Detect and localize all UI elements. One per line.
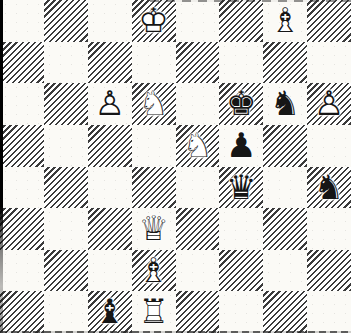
black-queen-piece: ♛ <box>219 167 263 209</box>
white-pawn-piece: ♙ <box>88 83 132 125</box>
square-h4[interactable]: ♞♞ <box>307 167 351 209</box>
square-d4[interactable] <box>132 167 176 209</box>
square-g5[interactable] <box>263 125 307 167</box>
black-knight-piece: ♞ <box>307 167 351 209</box>
square-g6[interactable]: ♞♞ <box>263 83 307 125</box>
square-g3[interactable] <box>263 208 307 250</box>
white-pawn-piece: ♙ <box>307 83 351 125</box>
square-h1[interactable] <box>307 291 351 333</box>
square-a3[interactable] <box>0 208 44 250</box>
square-d2[interactable]: ♝♗ <box>132 250 176 292</box>
white-bishop-piece: ♗ <box>132 250 176 292</box>
square-a1[interactable] <box>0 291 44 333</box>
square-b6[interactable] <box>44 83 88 125</box>
square-a5[interactable] <box>0 125 44 167</box>
square-d3[interactable]: ♛♕ <box>132 208 176 250</box>
square-f6[interactable]: ♚♚ <box>219 83 263 125</box>
square-a6[interactable] <box>0 83 44 125</box>
square-c4[interactable] <box>88 167 132 209</box>
square-e1[interactable] <box>176 291 220 333</box>
black-knight-piece: ♞ <box>263 83 307 125</box>
square-b5[interactable] <box>44 125 88 167</box>
square-h8[interactable] <box>307 0 351 42</box>
square-c6[interactable]: ♟♙ <box>88 83 132 125</box>
square-c5[interactable] <box>88 125 132 167</box>
square-d5[interactable] <box>132 125 176 167</box>
black-king-piece: ♚ <box>219 83 263 125</box>
square-b4[interactable] <box>44 167 88 209</box>
square-f4[interactable]: ♛♛ <box>219 167 263 209</box>
square-h3[interactable] <box>307 208 351 250</box>
square-g8[interactable]: ♝♗ <box>263 0 307 42</box>
square-g1[interactable] <box>263 291 307 333</box>
square-b3[interactable] <box>44 208 88 250</box>
square-f3[interactable] <box>219 208 263 250</box>
square-e7[interactable] <box>176 42 220 84</box>
square-c7[interactable] <box>88 42 132 84</box>
square-c2[interactable] <box>88 250 132 292</box>
square-b7[interactable] <box>44 42 88 84</box>
white-king-piece: ♔ <box>132 0 176 42</box>
square-e3[interactable] <box>176 208 220 250</box>
square-b2[interactable] <box>44 250 88 292</box>
square-d8[interactable]: ♚♔ <box>132 0 176 42</box>
square-e8[interactable] <box>176 0 220 42</box>
square-e4[interactable] <box>176 167 220 209</box>
white-queen-piece: ♕ <box>132 208 176 250</box>
square-h7[interactable] <box>307 42 351 84</box>
black-bishop-piece: ♝ <box>88 291 132 333</box>
white-knight-piece: ♘ <box>132 83 176 125</box>
square-g4[interactable] <box>263 167 307 209</box>
square-c3[interactable] <box>88 208 132 250</box>
scanned-newspaper-page: ♚♔♝♗♟♙♞♘♚♚♞♞♟♙♞♘♟♟♛♛♞♞♛♕♝♗♝♝♜♖ <box>0 0 351 333</box>
square-e2[interactable] <box>176 250 220 292</box>
square-g7[interactable] <box>263 42 307 84</box>
square-f7[interactable] <box>219 42 263 84</box>
square-h6[interactable]: ♟♙ <box>307 83 351 125</box>
square-c1[interactable]: ♝♝ <box>88 291 132 333</box>
square-c8[interactable] <box>88 0 132 42</box>
square-f5[interactable]: ♟♟ <box>219 125 263 167</box>
white-knight-piece: ♘ <box>176 125 220 167</box>
square-d1[interactable]: ♜♖ <box>132 291 176 333</box>
square-e6[interactable] <box>176 83 220 125</box>
square-g2[interactable] <box>263 250 307 292</box>
white-bishop-piece: ♗ <box>263 0 307 42</box>
square-h5[interactable] <box>307 125 351 167</box>
scan-top-border-line <box>150 0 351 2</box>
square-h2[interactable] <box>307 250 351 292</box>
square-f2[interactable] <box>219 250 263 292</box>
square-a7[interactable] <box>0 42 44 84</box>
scan-left-border-line <box>0 0 3 333</box>
square-a2[interactable] <box>0 250 44 292</box>
square-a8[interactable] <box>0 0 44 42</box>
black-pawn-piece: ♟ <box>219 125 263 167</box>
square-f8[interactable] <box>219 0 263 42</box>
square-a4[interactable] <box>0 167 44 209</box>
square-b1[interactable] <box>44 291 88 333</box>
chess-board: ♚♔♝♗♟♙♞♘♚♚♞♞♟♙♞♘♟♟♛♛♞♞♛♕♝♗♝♝♜♖ <box>0 0 351 333</box>
white-rook-piece: ♖ <box>132 291 176 333</box>
square-e5[interactable]: ♞♘ <box>176 125 220 167</box>
square-d6[interactable]: ♞♘ <box>132 83 176 125</box>
square-b8[interactable] <box>44 0 88 42</box>
square-d7[interactable] <box>132 42 176 84</box>
square-f1[interactable] <box>219 291 263 333</box>
